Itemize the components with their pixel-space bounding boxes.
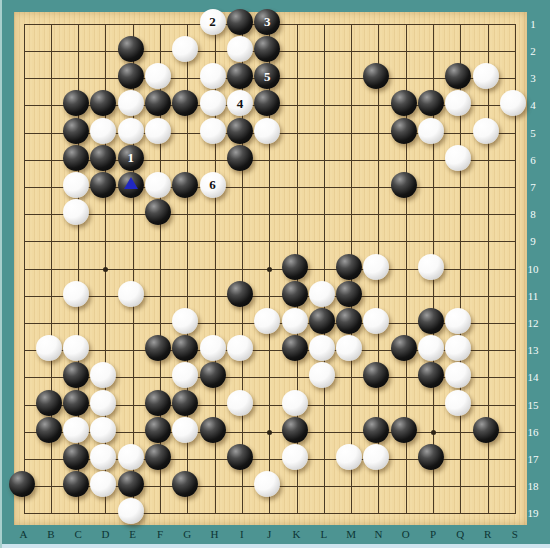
stone-black-C15[interactable] [63,390,89,416]
stone-white-D18[interactable] [90,471,116,497]
stone-black-H16[interactable] [200,417,226,443]
column-label-I: I [240,528,244,540]
star-point-D10 [103,267,108,272]
stone-white-N12[interactable] [363,308,389,334]
stone-black-K11[interactable] [282,281,308,307]
column-label-L: L [320,528,327,540]
stone-black-D6[interactable] [90,145,116,171]
column-label-F: F [157,528,163,540]
stone-black-P14[interactable] [418,362,444,388]
stone-white-S4[interactable] [500,90,526,116]
column-label-J: J [267,528,271,540]
stone-white-Q4[interactable] [445,90,471,116]
stone-white-R3[interactable] [473,63,499,89]
stone-black-C14[interactable] [63,362,89,388]
stone-white-G2[interactable] [172,36,198,62]
stone-black-I1[interactable] [227,9,253,35]
stone-white-P10[interactable] [418,254,444,280]
stone-black-I3[interactable] [227,63,253,89]
stone-black-B16[interactable] [36,417,62,443]
stone-white-L13[interactable] [309,335,335,361]
stone-white-E11[interactable] [118,281,144,307]
stone-white-E19[interactable] [118,498,144,524]
column-label-O: O [402,528,410,540]
row-label-5: 5 [530,127,536,139]
stone-black-F16[interactable] [145,417,171,443]
stone-white-G16[interactable] [172,417,198,443]
stone-black-I6[interactable] [227,145,253,171]
row-label-7: 7 [530,181,536,193]
stone-white-H4[interactable] [200,90,226,116]
stone-black-E18[interactable] [118,471,144,497]
stone-black-C5[interactable] [63,118,89,144]
row-label-4: 4 [530,99,536,111]
column-label-Q: Q [456,528,464,540]
stone-white-G14[interactable] [172,362,198,388]
stone-black-F13[interactable] [145,335,171,361]
column-label-D: D [101,528,109,540]
stone-white-I4[interactable] [227,90,253,116]
row-label-18: 18 [528,480,539,492]
stone-black-Q3[interactable] [445,63,471,89]
stone-black-I11[interactable] [227,281,253,307]
column-label-H: H [211,528,219,540]
stone-black-O13[interactable] [391,335,417,361]
column-label-E: E [129,528,136,540]
grid-hline-8 [24,214,516,215]
row-label-13: 13 [528,344,539,356]
stone-black-E7[interactable] [118,172,144,198]
stone-white-C7[interactable] [63,172,89,198]
stone-black-G18[interactable] [172,471,198,497]
stone-white-P13[interactable] [418,335,444,361]
star-point-J10 [267,267,272,272]
stone-white-K15[interactable] [282,390,308,416]
stone-white-L14[interactable] [309,362,335,388]
stone-black-C4[interactable] [63,90,89,116]
stone-black-F17[interactable] [145,444,171,470]
stone-white-F3[interactable] [145,63,171,89]
column-label-B: B [47,528,54,540]
column-label-K: K [293,528,301,540]
stone-black-R16[interactable] [473,417,499,443]
column-label-G: G [183,528,191,540]
stone-white-Q12[interactable] [445,308,471,334]
stone-black-B15[interactable] [36,390,62,416]
stone-white-H7[interactable] [200,172,226,198]
stone-black-G7[interactable] [172,172,198,198]
stone-black-J1[interactable] [254,9,280,35]
stone-black-O4[interactable] [391,90,417,116]
stone-black-N3[interactable] [363,63,389,89]
stone-white-D14[interactable] [90,362,116,388]
row-label-16: 16 [528,426,539,438]
stone-white-E5[interactable] [118,118,144,144]
stone-white-I13[interactable] [227,335,253,361]
stone-white-K12[interactable] [282,308,308,334]
column-label-C: C [74,528,81,540]
stone-black-M11[interactable] [336,281,362,307]
stone-white-Q13[interactable] [445,335,471,361]
stone-white-E4[interactable] [118,90,144,116]
row-label-11: 11 [528,290,539,302]
grid-hline-11 [24,296,516,297]
column-label-S: S [512,528,518,540]
stone-white-E17[interactable] [118,444,144,470]
stone-black-J3[interactable] [254,63,280,89]
column-label-A: A [20,528,28,540]
stone-white-J18[interactable] [254,471,280,497]
star-point-J16 [267,430,272,435]
stone-black-E3[interactable] [118,63,144,89]
stone-white-I2[interactable] [227,36,253,62]
stone-black-N16[interactable] [363,417,389,443]
stone-black-M10[interactable] [336,254,362,280]
stone-white-Q14[interactable] [445,362,471,388]
stone-white-H3[interactable] [200,63,226,89]
stone-black-J2[interactable] [254,36,280,62]
stone-black-J4[interactable] [254,90,280,116]
stone-white-D5[interactable] [90,118,116,144]
stone-white-C8[interactable] [63,199,89,225]
star-point-P16 [431,430,436,435]
stone-white-C13[interactable] [63,335,89,361]
stone-white-C16[interactable] [63,417,89,443]
row-label-14: 14 [528,371,539,383]
stone-black-H14[interactable] [200,362,226,388]
stone-white-M13[interactable] [336,335,362,361]
stone-white-Q15[interactable] [445,390,471,416]
stone-white-M17[interactable] [336,444,362,470]
stone-white-H5[interactable] [200,118,226,144]
column-label-M: M [346,528,356,540]
row-label-1: 1 [530,18,536,30]
stone-white-D16[interactable] [90,417,116,443]
stone-black-C17[interactable] [63,444,89,470]
stone-white-F5[interactable] [145,118,171,144]
stone-white-D15[interactable] [90,390,116,416]
stone-black-I17[interactable] [227,444,253,470]
row-label-3: 3 [530,72,536,84]
stone-black-G13[interactable] [172,335,198,361]
stone-white-L11[interactable] [309,281,335,307]
stone-white-P5[interactable] [418,118,444,144]
stone-black-P12[interactable] [418,308,444,334]
stone-black-D7[interactable] [90,172,116,198]
row-label-8: 8 [530,208,536,220]
column-label-P: P [430,528,436,540]
row-label-15: 15 [528,399,539,411]
stone-white-F7[interactable] [145,172,171,198]
row-label-6: 6 [530,154,536,166]
stone-black-K16[interactable] [282,417,308,443]
stone-black-K13[interactable] [282,335,308,361]
stone-white-G12[interactable] [172,308,198,334]
stone-black-K10[interactable] [282,254,308,280]
stone-white-J12[interactable] [254,308,280,334]
stone-black-I5[interactable] [227,118,253,144]
stone-black-E2[interactable] [118,36,144,62]
go-board[interactable]: 123456 [14,12,527,525]
stone-white-N17[interactable] [363,444,389,470]
stone-black-G15[interactable] [172,390,198,416]
stone-black-O16[interactable] [391,417,417,443]
stone-black-C18[interactable] [63,471,89,497]
grid-hline-19 [24,513,516,514]
stone-black-G4[interactable] [172,90,198,116]
stone-black-O7[interactable] [391,172,417,198]
stone-white-N10[interactable] [363,254,389,280]
stone-black-F8[interactable] [145,199,171,225]
column-label-R: R [484,528,491,540]
stone-black-C6[interactable] [63,145,89,171]
stone-black-P4[interactable] [418,90,444,116]
stone-white-D17[interactable] [90,444,116,470]
row-label-17: 17 [528,453,539,465]
stone-black-D4[interactable] [90,90,116,116]
grid-hline-9 [24,241,516,242]
stone-white-Q6[interactable] [445,145,471,171]
stone-black-F15[interactable] [145,390,171,416]
stone-white-K17[interactable] [282,444,308,470]
stone-white-C11[interactable] [63,281,89,307]
stone-black-E6[interactable] [118,145,144,171]
window-bottom-edge [2,544,550,548]
stone-black-N14[interactable] [363,362,389,388]
column-label-N: N [374,528,382,540]
stone-white-B13[interactable] [36,335,62,361]
stone-white-H13[interactable] [200,335,226,361]
stone-white-I15[interactable] [227,390,253,416]
row-label-2: 2 [530,45,536,57]
stone-black-M12[interactable] [336,308,362,334]
stone-black-P17[interactable] [418,444,444,470]
row-label-12: 12 [528,317,539,329]
stone-black-L12[interactable] [309,308,335,334]
stone-black-O5[interactable] [391,118,417,144]
go-board-window: 123456 ABCDEFGHIJKLMNOPQRS 1234567891011… [0,0,550,548]
stone-black-F4[interactable] [145,90,171,116]
stone-white-R5[interactable] [473,118,499,144]
row-label-10: 10 [528,263,539,275]
row-label-19: 19 [528,507,539,519]
stone-white-J5[interactable] [254,118,280,144]
stone-black-A18[interactable] [9,471,35,497]
stone-white-H1[interactable] [200,9,226,35]
row-label-9: 9 [530,235,536,247]
